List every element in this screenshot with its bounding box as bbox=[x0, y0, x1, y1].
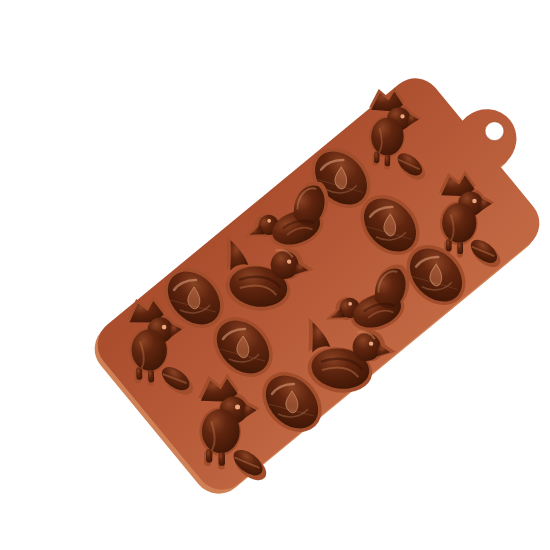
silicone-mold bbox=[84, 44, 550, 504]
product-photo bbox=[40, 16, 550, 550]
chocolate-mold-photo bbox=[40, 16, 550, 550]
